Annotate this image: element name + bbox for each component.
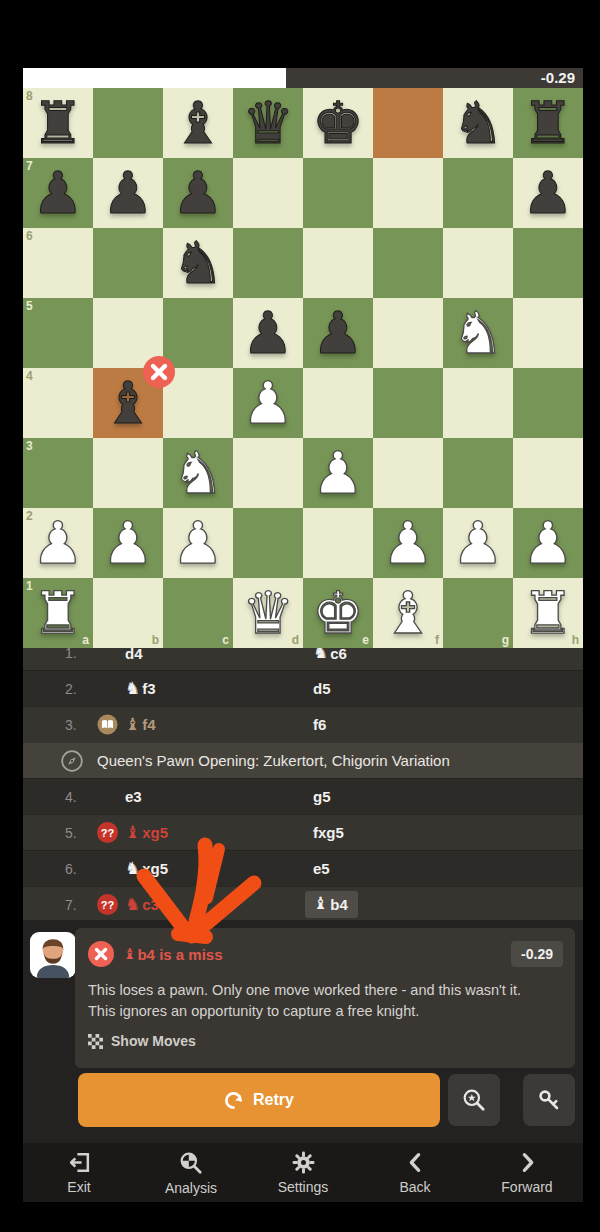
square-d8[interactable]: ♛ — [233, 88, 303, 158]
move-row-2[interactable]: 2.♞f3d5 — [23, 670, 583, 706]
square-d2[interactable] — [233, 508, 303, 578]
square-a7[interactable]: 7♟ — [23, 158, 93, 228]
move-badge-slot: ?? — [97, 894, 125, 915]
square-h5[interactable] — [513, 298, 583, 368]
key-icon — [537, 1088, 561, 1112]
square-g3[interactable] — [443, 438, 513, 508]
chevron-right-icon — [515, 1150, 540, 1175]
miss-x-badge — [142, 355, 176, 389]
move-badge-slot: ?? — [97, 822, 125, 843]
white-queen-d1[interactable]: ♛ — [242, 578, 294, 648]
move-number: 5. — [65, 825, 97, 841]
white-pawn-d4[interactable]: ♟ — [242, 368, 294, 438]
square-f4[interactable] — [373, 368, 443, 438]
black-knight-g8[interactable]: ♞ — [452, 88, 504, 158]
move-feedback-panel: ♝b4 is a miss -0.29 This loses a pawn. O… — [75, 928, 575, 1068]
white-pawn-a2[interactable]: ♟ — [32, 508, 84, 578]
black-move[interactable]: d5 — [313, 680, 583, 697]
chevron-left-icon — [403, 1150, 428, 1175]
black-move[interactable]: ♞c6 — [313, 648, 583, 663]
nav-exit[interactable]: Exit — [23, 1143, 135, 1202]
opening-row[interactable]: Queen's Pawn Opening: Zukertort, Chigori… — [23, 742, 583, 778]
white-pawn-e3[interactable]: ♟ — [312, 438, 364, 508]
move-san: d5 — [313, 680, 331, 697]
nav-forward[interactable]: Forward — [471, 1143, 583, 1202]
bishop-move-icon: ♝ — [125, 822, 140, 842]
move-san: g5 — [313, 788, 331, 805]
white-move[interactable]: d4 — [125, 648, 313, 662]
retry-button[interactable]: Retry — [78, 1073, 440, 1127]
black-pawn-a7[interactable]: ♟ — [32, 158, 84, 228]
square-f1[interactable]: f♝ — [373, 578, 443, 648]
move-row-1[interactable]: 1.d4♞c6 — [23, 648, 583, 670]
opening-name: Queen's Pawn Opening: Zukertort, Chigori… — [97, 752, 450, 769]
gear-icon — [291, 1150, 316, 1175]
square-b2[interactable]: ♟ — [93, 508, 163, 578]
move-san: f3 — [142, 680, 155, 697]
square-h8[interactable]: ♜ — [513, 88, 583, 158]
app-screen: -0.29 8♜♝♛♚♞♜7♟♟♟♟6♞5♟♟♞4♝♟3♞♟2♟♟♟♟♟♟1a♜… — [0, 0, 600, 1232]
black-rook-a8[interactable]: ♜ — [32, 88, 84, 158]
square-h1[interactable]: h♜ — [513, 578, 583, 648]
eval-badge: -0.29 — [511, 941, 563, 967]
feedback-title-row: ♝b4 is a miss -0.29 — [75, 928, 575, 967]
feedback-line-1: This loses a pawn. Only one move worked … — [88, 980, 559, 1001]
square-f7[interactable] — [373, 158, 443, 228]
square-c7[interactable]: ♟ — [163, 158, 233, 228]
black-pawn-e5[interactable]: ♟ — [312, 298, 364, 368]
white-pawn-b2[interactable]: ♟ — [102, 508, 154, 578]
square-h6[interactable] — [513, 228, 583, 298]
white-move[interactable]: ♞xg5 — [125, 859, 313, 879]
square-d1[interactable]: d♛ — [233, 578, 303, 648]
move-number: 4. — [65, 789, 97, 805]
square-d4[interactable]: ♟ — [233, 368, 303, 438]
square-e3[interactable]: ♟ — [303, 438, 373, 508]
action-row: Retry — [23, 1073, 583, 1127]
move-san: b4 — [330, 896, 348, 913]
square-e8[interactable]: ♚ — [303, 88, 373, 158]
knight-move-icon: ♞ — [125, 894, 140, 914]
white-move[interactable]: ♝xg5 — [125, 823, 313, 843]
magnifier-star-icon — [461, 1087, 487, 1113]
blunder-badge: ?? — [97, 894, 118, 915]
nav-analysis[interactable]: Analysis — [135, 1143, 247, 1202]
white-pawn-g2[interactable]: ♟ — [452, 508, 504, 578]
square-a1[interactable]: 1a♜ — [23, 578, 93, 648]
nav-analysis-label: Analysis — [165, 1180, 217, 1196]
square-g6[interactable] — [443, 228, 513, 298]
retry-label: Retry — [253, 1091, 294, 1109]
nav-back[interactable]: Back — [359, 1143, 471, 1202]
move-list: 1.d4♞c62.♞f3d53.♝f4f6Queen's Pawn Openin… — [23, 648, 583, 922]
move-badge-slot — [97, 714, 125, 735]
white-king-e1[interactable]: ♚ — [312, 578, 364, 648]
square-a8[interactable]: 8♜ — [23, 88, 93, 158]
game-review-button[interactable] — [448, 1074, 500, 1126]
square-c1[interactable]: c — [163, 578, 233, 648]
square-d5[interactable]: ♟ — [233, 298, 303, 368]
square-a6[interactable]: 6 — [23, 228, 93, 298]
square-c3[interactable]: ♞ — [163, 438, 233, 508]
black-move[interactable]: e5 — [313, 860, 583, 877]
feedback-line-2: This ignores an opportunity to capture a… — [88, 1001, 559, 1022]
move-number: 1. — [65, 648, 97, 661]
square-g8[interactable]: ♞ — [443, 88, 513, 158]
square-g7[interactable] — [443, 158, 513, 228]
exit-icon — [67, 1150, 92, 1175]
bishop-move-icon: ♝ — [313, 893, 328, 913]
black-bishop-c8[interactable]: ♝ — [172, 88, 224, 158]
black-pawn-h7[interactable]: ♟ — [522, 158, 574, 228]
black-knight-c6[interactable]: ♞ — [172, 228, 224, 298]
chess-board[interactable]: 8♜♝♛♚♞♜7♟♟♟♟6♞5♟♟♞4♝♟3♞♟2♟♟♟♟♟♟1a♜bcd♛e♚… — [23, 88, 583, 648]
move-san: c3 — [142, 896, 159, 913]
square-d7[interactable] — [233, 158, 303, 228]
white-move[interactable]: ♝f4 — [125, 715, 313, 735]
square-c6[interactable]: ♞ — [163, 228, 233, 298]
black-pawn-d5[interactable]: ♟ — [242, 298, 294, 368]
square-g2[interactable]: ♟ — [443, 508, 513, 578]
bottom-nav: Exit Analysis — [23, 1143, 583, 1202]
nav-settings-label: Settings — [278, 1179, 329, 1195]
square-e2[interactable] — [303, 508, 373, 578]
avatar-image — [30, 932, 76, 978]
square-a5[interactable]: 5 — [23, 298, 93, 368]
rank-label: 5 — [26, 299, 33, 313]
key-button[interactable] — [523, 1074, 575, 1126]
square-e4[interactable] — [303, 368, 373, 438]
white-knight-c3[interactable]: ♞ — [172, 438, 224, 508]
show-moves-label: Show Moves — [111, 1033, 196, 1049]
nav-exit-label: Exit — [67, 1179, 90, 1195]
black-king-e8[interactable]: ♚ — [312, 88, 364, 158]
square-b3[interactable] — [93, 438, 163, 508]
move-number: 7. — [65, 897, 97, 913]
white-pawn-c2[interactable]: ♟ — [172, 508, 224, 578]
square-b7[interactable]: ♟ — [93, 158, 163, 228]
square-d6[interactable] — [233, 228, 303, 298]
square-g1[interactable]: g — [443, 578, 513, 648]
checkerboard-icon — [88, 1034, 103, 1049]
file-label: f — [435, 633, 439, 647]
white-rook-a1[interactable]: ♜ — [32, 578, 84, 648]
miss-x-icon — [88, 941, 114, 967]
square-c2[interactable]: ♟ — [163, 508, 233, 578]
square-h2[interactable]: ♟ — [513, 508, 583, 578]
white-knight-g5[interactable]: ♞ — [452, 298, 504, 368]
feedback-title-text: b4 is a miss — [137, 946, 222, 963]
book-badge — [97, 714, 118, 735]
selected-move-chip[interactable]: ♝b4 — [305, 891, 358, 918]
analysis-icon — [178, 1150, 204, 1176]
black-move[interactable]: g5 — [313, 788, 583, 805]
avatar — [30, 932, 76, 978]
evaluation-score: -0.29 — [541, 68, 575, 88]
square-h4[interactable] — [513, 368, 583, 438]
analysis-section: ♝b4 is a miss -0.29 This loses a pawn. O… — [23, 920, 583, 1143]
square-b4[interactable]: ♝ — [93, 368, 163, 438]
white-move[interactable]: e3 — [125, 788, 313, 805]
square-c8[interactable]: ♝ — [163, 88, 233, 158]
black-pawn-c7[interactable]: ♟ — [172, 158, 224, 228]
knight-move-icon: ♞ — [313, 648, 328, 662]
file-label: g — [502, 633, 509, 647]
square-f2[interactable]: ♟ — [373, 508, 443, 578]
show-moves-button[interactable]: Show Moves — [75, 1022, 575, 1049]
feedback-body: This loses a pawn. Only one move worked … — [75, 967, 575, 1022]
move-row-4[interactable]: 4.e3g5 — [23, 778, 583, 814]
move-san: f6 — [313, 716, 326, 733]
square-e5[interactable]: ♟ — [303, 298, 373, 368]
black-move[interactable]: fxg5 — [313, 824, 583, 841]
white-move[interactable]: ♞f3 — [125, 679, 313, 699]
nav-settings[interactable]: Settings — [247, 1143, 359, 1202]
square-f8[interactable] — [373, 88, 443, 158]
move-row-5[interactable]: 5.??♝xg5fxg5 — [23, 814, 583, 850]
white-pawn-f2[interactable]: ♟ — [382, 508, 434, 578]
nav-back-label: Back — [399, 1179, 430, 1195]
bishop-move-icon: ♝ — [125, 714, 140, 734]
move-number: 3. — [65, 717, 97, 733]
nav-forward-label: Forward — [501, 1179, 552, 1195]
square-e7[interactable] — [303, 158, 373, 228]
move-row-7[interactable]: 7.??♞c3♝b4 — [23, 886, 583, 922]
blunder-badge: ?? — [97, 822, 118, 843]
bishop-glyph: ♝ — [123, 945, 136, 963]
move-number: 2. — [65, 681, 97, 697]
move-san: e3 — [125, 788, 142, 805]
move-row-6[interactable]: 6.♞xg5e5 — [23, 850, 583, 886]
white-move[interactable]: ♞c3 — [125, 895, 313, 915]
move-row-3[interactable]: 3.♝f4f6 — [23, 706, 583, 742]
white-rook-h1[interactable]: ♜ — [522, 578, 574, 648]
square-f3[interactable] — [373, 438, 443, 508]
square-g4[interactable] — [443, 368, 513, 438]
move-san: d4 — [125, 648, 143, 662]
rank-label: 6 — [26, 229, 33, 243]
square-e1[interactable]: e♚ — [303, 578, 373, 648]
square-a4[interactable]: 4 — [23, 368, 93, 438]
rank-label: 3 — [26, 439, 33, 453]
square-a2[interactable]: 2♟ — [23, 508, 93, 578]
square-b1[interactable]: b — [93, 578, 163, 648]
white-pawn-h2[interactable]: ♟ — [522, 508, 574, 578]
square-h7[interactable]: ♟ — [513, 158, 583, 228]
file-label: b — [152, 633, 159, 647]
rank-label: 4 — [26, 369, 33, 383]
knight-move-icon: ♞ — [125, 678, 140, 698]
black-move[interactable]: f6 — [313, 716, 583, 733]
move-san: c6 — [330, 648, 347, 662]
square-a3[interactable]: 3 — [23, 438, 93, 508]
knight-move-icon: ♞ — [125, 858, 140, 878]
white-bishop-f1[interactable]: ♝ — [382, 578, 434, 648]
move-san: fxg5 — [313, 824, 344, 841]
feedback-title: ♝b4 is a miss — [123, 945, 223, 963]
square-h3[interactable] — [513, 438, 583, 508]
retry-refresh-icon — [224, 1091, 243, 1110]
move-san: f4 — [142, 716, 155, 733]
move-san: xg5 — [142, 860, 168, 877]
move-san: e5 — [313, 860, 330, 877]
square-e6[interactable] — [303, 228, 373, 298]
evaluation-bar: -0.29 — [23, 68, 583, 88]
square-d3[interactable] — [233, 438, 303, 508]
square-f6[interactable] — [373, 228, 443, 298]
square-b6[interactable] — [93, 228, 163, 298]
move-san: xg5 — [142, 824, 168, 841]
evaluation-bar-white — [23, 68, 286, 88]
file-label: c — [222, 633, 229, 647]
black-pawn-b7[interactable]: ♟ — [102, 158, 154, 228]
square-b8[interactable] — [93, 88, 163, 158]
compass-icon — [61, 750, 83, 772]
black-move[interactable]: ♝b4 — [313, 891, 583, 918]
square-g5[interactable]: ♞ — [443, 298, 513, 368]
black-queen-d8[interactable]: ♛ — [242, 88, 294, 158]
move-number: 6. — [65, 861, 97, 877]
square-f5[interactable] — [373, 298, 443, 368]
black-rook-h8[interactable]: ♜ — [522, 88, 574, 158]
